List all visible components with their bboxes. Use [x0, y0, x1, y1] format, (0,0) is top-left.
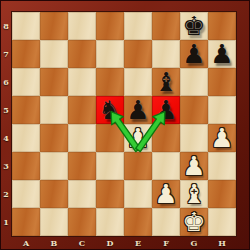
- square-c2[interactable]: [68, 180, 96, 208]
- file-label-h: H: [208, 236, 236, 250]
- square-a5[interactable]: [12, 96, 40, 124]
- square-d4[interactable]: [96, 124, 124, 152]
- piece-white-pawn-g3[interactable]: ♟: [182, 152, 205, 180]
- file-label-c: C: [68, 236, 96, 250]
- square-a3[interactable]: [12, 152, 40, 180]
- piece-black-pawn-f5[interactable]: ♟: [154, 96, 177, 124]
- piece-white-pawn-e4[interactable]: ♟: [126, 124, 149, 152]
- square-d2[interactable]: [96, 180, 124, 208]
- square-c3[interactable]: [68, 152, 96, 180]
- rank-label-2: 2: [1, 180, 11, 208]
- piece-white-pawn-f2[interactable]: ♟: [154, 180, 177, 208]
- square-g3[interactable]: ♟: [180, 152, 208, 180]
- rank-label-6: 6: [1, 68, 11, 96]
- square-f6[interactable]: ♝: [152, 68, 180, 96]
- file-label-d: D: [96, 236, 124, 250]
- piece-black-king-g8[interactable]: ♚: [182, 12, 205, 40]
- square-b3[interactable]: [40, 152, 68, 180]
- file-label-a: A: [12, 236, 40, 250]
- square-b5[interactable]: [40, 96, 68, 124]
- piece-black-knight-d5[interactable]: ♞: [98, 96, 121, 124]
- square-g7[interactable]: ♟: [180, 40, 208, 68]
- file-label-g: G: [180, 236, 208, 250]
- square-f2[interactable]: ♟: [152, 180, 180, 208]
- square-e4[interactable]: ♟: [124, 124, 152, 152]
- square-h8[interactable]: [208, 12, 236, 40]
- square-d6[interactable]: [96, 68, 124, 96]
- square-a6[interactable]: [12, 68, 40, 96]
- piece-black-pawn-e5[interactable]: ♟: [126, 96, 149, 124]
- square-a4[interactable]: [12, 124, 40, 152]
- file-label-b: B: [40, 236, 68, 250]
- piece-black-pawn-h7[interactable]: ♟: [210, 40, 233, 68]
- square-f7[interactable]: [152, 40, 180, 68]
- square-b8[interactable]: [40, 12, 68, 40]
- chess-board-frame: ♚♟♟♝♞♟♟♟♟♟♟♝♚ 87654321 ABCDEFGH: [0, 0, 250, 250]
- square-c7[interactable]: [68, 40, 96, 68]
- square-b1[interactable]: [40, 208, 68, 236]
- piece-white-pawn-h4[interactable]: ♟: [210, 124, 233, 152]
- square-h1[interactable]: [208, 208, 236, 236]
- square-a7[interactable]: [12, 40, 40, 68]
- square-g6[interactable]: [180, 68, 208, 96]
- rank-label-3: 3: [1, 152, 11, 180]
- square-e7[interactable]: [124, 40, 152, 68]
- square-f5[interactable]: ♟: [152, 96, 180, 124]
- rank-label-5: 5: [1, 96, 11, 124]
- square-e3[interactable]: [124, 152, 152, 180]
- square-c8[interactable]: [68, 12, 96, 40]
- square-f3[interactable]: [152, 152, 180, 180]
- square-g2[interactable]: ♝: [180, 180, 208, 208]
- square-a1[interactable]: [12, 208, 40, 236]
- piece-black-bishop-f6[interactable]: ♝: [154, 68, 177, 96]
- square-g1[interactable]: ♚: [180, 208, 208, 236]
- file-label-e: E: [124, 236, 152, 250]
- rank-label-1: 1: [1, 208, 11, 236]
- piece-white-king-g1[interactable]: ♚: [182, 208, 205, 236]
- piece-white-bishop-g2[interactable]: ♝: [182, 180, 205, 208]
- square-d1[interactable]: [96, 208, 124, 236]
- square-b2[interactable]: [40, 180, 68, 208]
- rank-label-8: 8: [1, 12, 11, 40]
- square-e8[interactable]: [124, 12, 152, 40]
- piece-black-pawn-g7[interactable]: ♟: [182, 40, 205, 68]
- square-e2[interactable]: [124, 180, 152, 208]
- square-f4[interactable]: [152, 124, 180, 152]
- square-c1[interactable]: [68, 208, 96, 236]
- square-d3[interactable]: [96, 152, 124, 180]
- square-e1[interactable]: [124, 208, 152, 236]
- square-c6[interactable]: [68, 68, 96, 96]
- square-h6[interactable]: [208, 68, 236, 96]
- square-g4[interactable]: [180, 124, 208, 152]
- square-g8[interactable]: ♚: [180, 12, 208, 40]
- square-f8[interactable]: [152, 12, 180, 40]
- square-d5[interactable]: ♞: [96, 96, 124, 124]
- square-d8[interactable]: [96, 12, 124, 40]
- square-e5[interactable]: ♟: [124, 96, 152, 124]
- square-b6[interactable]: [40, 68, 68, 96]
- rank-label-4: 4: [1, 124, 11, 152]
- square-f1[interactable]: [152, 208, 180, 236]
- square-a2[interactable]: [12, 180, 40, 208]
- square-h4[interactable]: ♟: [208, 124, 236, 152]
- rank-label-7: 7: [1, 40, 11, 68]
- square-c4[interactable]: [68, 124, 96, 152]
- square-e6[interactable]: [124, 68, 152, 96]
- square-h2[interactable]: [208, 180, 236, 208]
- square-b4[interactable]: [40, 124, 68, 152]
- square-a8[interactable]: [12, 12, 40, 40]
- square-h7[interactable]: ♟: [208, 40, 236, 68]
- file-label-f: F: [152, 236, 180, 250]
- square-b7[interactable]: [40, 40, 68, 68]
- square-h3[interactable]: [208, 152, 236, 180]
- square-g5[interactable]: [180, 96, 208, 124]
- square-c5[interactable]: [68, 96, 96, 124]
- chess-board: ♚♟♟♝♞♟♟♟♟♟♟♝♚: [11, 11, 237, 237]
- square-h5[interactable]: [208, 96, 236, 124]
- square-d7[interactable]: [96, 40, 124, 68]
